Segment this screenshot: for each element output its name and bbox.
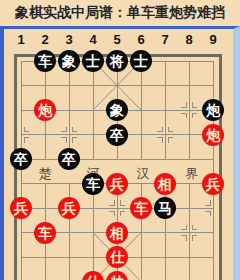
piece-red-advisor[interactable]: 仕 [82,271,104,280]
piece-red-soldier[interactable]: 兵 [58,197,80,219]
piece-black-soldier[interactable]: 卒 [10,148,32,170]
piece-black-horse[interactable]: 马 [154,197,176,219]
piece-black-chariot[interactable]: 车 [82,173,104,195]
piece-red-advisor[interactable]: 仕 [106,246,128,268]
piece-black-chariot[interactable]: 车 [34,50,56,72]
piece-red-cannon[interactable]: 炮 [202,124,224,146]
piece-black-elephant[interactable]: 象 [106,99,128,121]
piece-red-cannon[interactable]: 炮 [34,99,56,121]
piece-black-advisor[interactable]: 士 [130,50,152,72]
piece-red-elephant[interactable]: 相 [154,173,176,195]
piece-black-soldier[interactable]: 卒 [106,124,128,146]
piece-red-soldier[interactable]: 兵 [10,197,32,219]
piece-red-soldier[interactable]: 兵 [202,173,224,195]
pieces-layer: 车象士将士炮象炮卒炮卒卒车兵相兵兵兵车马车相仕仕帅 [4,29,233,280]
piece-black-cannon[interactable]: 炮 [202,99,224,121]
title-bar: 象棋实战中局谱：单车重炮势难挡 [0,0,240,26]
piece-red-chariot[interactable]: 车 [130,197,152,219]
piece-red-soldier[interactable]: 兵 [106,173,128,195]
board-panel: 1 2 3 4 5 6 7 8 9 楚 河 汉 界 车象士将士炮象炮卒炮卒卒车兵… [0,26,240,280]
page: 象棋实战中局谱：单车重炮势难挡 1 2 3 4 5 6 7 8 9 楚 河 汉 … [0,0,240,280]
page-title: 象棋实战中局谱：单车重炮势难挡 [15,4,225,22]
piece-red-general[interactable]: 帅 [106,271,128,280]
piece-red-chariot[interactable]: 车 [34,222,56,244]
piece-red-elephant[interactable]: 相 [106,222,128,244]
piece-black-soldier[interactable]: 卒 [58,148,80,170]
piece-black-general[interactable]: 将 [106,50,128,72]
piece-black-advisor[interactable]: 士 [82,50,104,72]
piece-black-elephant[interactable]: 象 [58,50,80,72]
